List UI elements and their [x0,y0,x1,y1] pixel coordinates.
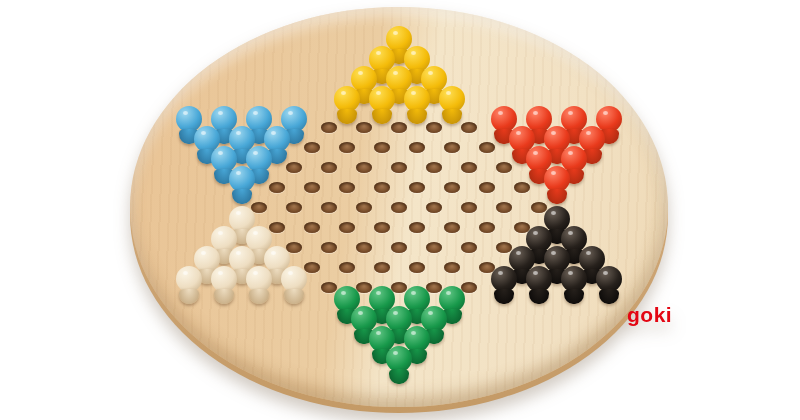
peg-highlight [533,111,538,115]
board-row [130,277,668,297]
black-peg [491,266,517,304]
peg-black[interactable] [522,277,557,297]
peg-yellow[interactable] [399,97,434,117]
peg-highlight [586,131,591,135]
board-hole[interactable] [294,217,329,237]
board-hole[interactable] [312,197,347,217]
peg-highlight [603,111,608,115]
hole [426,242,442,253]
peg-highlight [218,111,223,115]
peg-blue[interactable] [224,177,259,197]
hole [356,122,372,133]
peg-highlight [446,291,451,295]
hole [391,242,407,253]
hole [321,122,337,133]
hole [321,202,337,213]
board-hole[interactable] [364,137,399,157]
board-hole[interactable] [312,237,347,257]
board-hole[interactable] [417,237,452,257]
board-surface: goki [130,7,668,407]
board-hole[interactable] [382,157,417,177]
board-hole[interactable] [364,217,399,237]
peg-highlight [236,251,241,255]
peg-highlight [411,331,416,335]
peg-green[interactable] [382,357,417,377]
black-peg [561,266,587,304]
peg-highlight [568,271,573,275]
peg-highlight [183,271,188,275]
hole [409,222,425,233]
board-hole[interactable] [399,177,434,197]
peg-highlight [586,251,591,255]
board-hole[interactable] [417,117,452,137]
peg-highlight [411,51,416,55]
board-row [130,357,668,377]
board-hole[interactable] [347,117,382,137]
board-row [130,157,668,177]
hole [409,142,425,153]
hole [461,162,477,173]
hole [321,242,337,253]
peg-highlight [376,51,381,55]
board-hole[interactable] [434,177,469,197]
peg-highlight [376,291,381,295]
hole [304,182,320,193]
goki-logo: goki [627,303,672,327]
peg-highlight [236,171,241,175]
peg-highlight [446,91,451,95]
peg-highlight [271,131,276,135]
board-hole[interactable] [312,157,347,177]
board-hole[interactable] [452,157,487,177]
hole [391,122,407,133]
hole [356,202,372,213]
board-hole[interactable] [434,257,469,277]
board-hole[interactable] [469,177,504,197]
board: goki [130,7,668,407]
peg-white[interactable] [172,277,207,297]
peg-red[interactable] [539,177,574,197]
hole [444,182,460,193]
peg-highlight [358,71,363,75]
hole [461,202,477,213]
hole [356,162,372,173]
board-row [130,317,668,337]
white-peg [246,266,272,304]
board-hole[interactable] [329,137,364,157]
peg-white[interactable] [207,277,242,297]
board-hole[interactable] [434,137,469,157]
peg-highlight [218,151,223,155]
hole [304,142,320,153]
peg-highlight [498,271,503,275]
peg-highlight [253,111,258,115]
hole [374,182,390,193]
peg-black[interactable] [557,277,592,297]
hole [339,262,355,273]
peg-highlight [551,211,556,215]
hole [444,222,460,233]
peg-highlight [253,271,258,275]
board-row [130,197,668,217]
peg-highlight [253,151,258,155]
hole [426,162,442,173]
hole [496,202,512,213]
board-hole[interactable] [452,237,487,257]
board-hole[interactable] [487,197,522,217]
board-hole[interactable] [399,137,434,157]
board-hole[interactable] [504,177,539,197]
board-hole[interactable] [382,117,417,137]
peg-highlight [358,311,363,315]
peg-highlight [568,231,573,235]
peg-highlight [568,151,573,155]
peg-highlight [218,231,223,235]
hole [496,162,512,173]
peg-highlight [201,131,206,135]
board-hole[interactable] [347,237,382,257]
board-hole[interactable] [347,197,382,217]
hole [426,122,442,133]
hole [461,122,477,133]
peg-highlight [551,171,556,175]
peg-highlight [428,71,433,75]
peg-highlight [201,251,206,255]
hole [514,182,530,193]
peg-highlight [376,91,381,95]
white-peg [211,266,237,304]
peg-highlight [376,331,381,335]
board-hole[interactable] [294,137,329,157]
board-hole[interactable] [329,257,364,277]
board-hole[interactable] [469,137,504,157]
hole [391,202,407,213]
board-row [130,77,668,97]
board-hole[interactable] [312,117,347,137]
hole [461,242,477,253]
hole [356,242,372,253]
board-hole[interactable] [277,197,312,217]
white-peg [176,266,202,304]
product-photo-chinese-checkers: goki [0,0,800,420]
hole [479,182,495,193]
peg-highlight [341,291,346,295]
hole [304,222,320,233]
hole [391,162,407,173]
peg-yellow[interactable] [364,97,399,117]
board-hole[interactable] [469,217,504,237]
board-hole[interactable] [487,157,522,177]
hole [339,222,355,233]
white-peg [281,266,307,304]
peg-highlight [393,71,398,75]
hole [374,222,390,233]
peg-black[interactable] [487,277,522,297]
peg-highlight [428,311,433,315]
hole [269,182,285,193]
hole [286,162,302,173]
hole [409,262,425,273]
peg-highlight [533,231,538,235]
peg-highlight [253,231,258,235]
peg-highlight [411,91,416,95]
board-hole[interactable] [294,177,329,197]
board-hole[interactable] [434,217,469,237]
peg-highlight [568,111,573,115]
peg-yellow[interactable] [329,97,364,117]
board-hole[interactable] [329,177,364,197]
board-hole[interactable] [382,237,417,257]
board-hole[interactable] [452,197,487,217]
peg-highlight [288,111,293,115]
hole [339,142,355,153]
hole [374,142,390,153]
peg-highlight [603,271,608,275]
hole [286,202,302,213]
board-hole[interactable] [382,197,417,217]
board-hole[interactable] [277,157,312,177]
hole [409,182,425,193]
hole [444,142,460,153]
peg-highlight [393,311,398,315]
hole [479,142,495,153]
board-hole[interactable] [364,257,399,277]
hole [374,262,390,273]
board-hole[interactable] [417,197,452,217]
peg-black[interactable] [592,277,627,297]
peg-highlight [498,111,503,115]
peg-highlight [236,131,241,135]
peg-highlight [271,251,276,255]
board-hole[interactable] [452,117,487,137]
hole [479,222,495,233]
green-peg [386,346,412,384]
peg-highlight [183,111,188,115]
peg-white[interactable] [242,277,277,297]
peg-highlight [516,131,521,135]
hole [321,162,337,173]
hole [426,202,442,213]
peg-highlight [341,91,346,95]
black-peg [596,266,622,304]
peg-highlight [288,271,293,275]
board-hole[interactable] [399,257,434,277]
peg-highlight [551,131,556,135]
peg-highlight [533,151,538,155]
board-row [130,37,668,57]
peg-highlight [218,271,223,275]
hole [339,182,355,193]
board-hole[interactable] [417,157,452,177]
peg-highlight [393,31,398,35]
board-hole[interactable] [347,157,382,177]
board-hole[interactable] [259,177,294,197]
peg-highlight [516,251,521,255]
peg-white[interactable] [277,277,312,297]
hole [444,262,460,273]
board-hole[interactable] [364,177,399,197]
peg-highlight [551,251,556,255]
board-hole[interactable] [399,217,434,237]
peg-highlight [533,271,538,275]
black-peg [526,266,552,304]
board-grid [130,37,668,377]
peg-yellow[interactable] [434,97,469,117]
peg-highlight [393,351,398,355]
peg-highlight [236,211,241,215]
board-hole[interactable] [329,217,364,237]
peg-highlight [411,291,416,295]
